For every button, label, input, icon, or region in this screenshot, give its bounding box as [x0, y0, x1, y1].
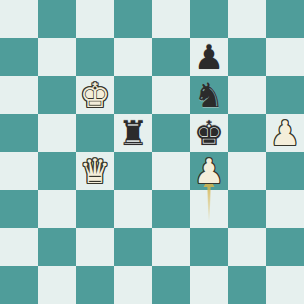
square-f5[interactable]: ♚ — [190, 114, 228, 152]
square-f8[interactable] — [190, 0, 228, 38]
square-e6[interactable] — [152, 76, 190, 114]
square-e5[interactable] — [152, 114, 190, 152]
black-king[interactable]: ♚ — [194, 116, 224, 150]
square-d5[interactable]: ♜ — [114, 114, 152, 152]
square-c1[interactable] — [76, 266, 114, 304]
square-f1[interactable] — [190, 266, 228, 304]
square-g6[interactable] — [228, 76, 266, 114]
black-rook[interactable]: ♜ — [118, 116, 148, 150]
square-d6[interactable] — [114, 76, 152, 114]
square-b4[interactable] — [38, 152, 76, 190]
square-h5[interactable]: ♟ — [266, 114, 304, 152]
square-a8[interactable] — [0, 0, 38, 38]
white-pawn[interactable]: ♟ — [194, 154, 224, 188]
square-c4[interactable]: ♛ — [76, 152, 114, 190]
square-h7[interactable] — [266, 38, 304, 76]
square-d4[interactable] — [114, 152, 152, 190]
square-b3[interactable] — [38, 190, 76, 228]
square-d7[interactable] — [114, 38, 152, 76]
square-e8[interactable] — [152, 0, 190, 38]
square-g5[interactable] — [228, 114, 266, 152]
square-c3[interactable] — [76, 190, 114, 228]
square-a6[interactable] — [0, 76, 38, 114]
square-e7[interactable] — [152, 38, 190, 76]
square-e3[interactable] — [152, 190, 190, 228]
square-d1[interactable] — [114, 266, 152, 304]
white-pawn[interactable]: ♟ — [270, 116, 300, 150]
square-e4[interactable] — [152, 152, 190, 190]
square-f2[interactable] — [190, 228, 228, 266]
square-h3[interactable] — [266, 190, 304, 228]
square-h6[interactable] — [266, 76, 304, 114]
square-f4[interactable]: ♟ — [190, 152, 228, 190]
square-f6[interactable]: ♞ — [190, 76, 228, 114]
square-a4[interactable] — [0, 152, 38, 190]
square-a1[interactable] — [0, 266, 38, 304]
square-h2[interactable] — [266, 228, 304, 266]
square-b2[interactable] — [38, 228, 76, 266]
square-h1[interactable] — [266, 266, 304, 304]
white-queen[interactable]: ♛ — [80, 154, 110, 188]
square-h4[interactable] — [266, 152, 304, 190]
square-h8[interactable] — [266, 0, 304, 38]
square-e1[interactable] — [152, 266, 190, 304]
square-c6[interactable]: ♚ — [76, 76, 114, 114]
square-c2[interactable] — [76, 228, 114, 266]
square-f7[interactable]: ♟ — [190, 38, 228, 76]
square-g3[interactable] — [228, 190, 266, 228]
square-b7[interactable] — [38, 38, 76, 76]
black-knight[interactable]: ♞ — [194, 78, 224, 112]
square-b8[interactable] — [38, 0, 76, 38]
square-a3[interactable] — [0, 190, 38, 228]
square-d2[interactable] — [114, 228, 152, 266]
square-e2[interactable] — [152, 228, 190, 266]
square-f3[interactable] — [190, 190, 228, 228]
square-b6[interactable] — [38, 76, 76, 114]
white-king[interactable]: ♚ — [80, 78, 110, 112]
square-c8[interactable] — [76, 0, 114, 38]
square-d3[interactable] — [114, 190, 152, 228]
square-a2[interactable] — [0, 228, 38, 266]
square-g2[interactable] — [228, 228, 266, 266]
square-d8[interactable] — [114, 0, 152, 38]
square-a7[interactable] — [0, 38, 38, 76]
square-c5[interactable] — [76, 114, 114, 152]
chess-board: ♟♚♞♜♚♟♛♟ — [0, 0, 304, 304]
black-pawn[interactable]: ♟ — [194, 40, 224, 74]
square-b5[interactable] — [38, 114, 76, 152]
square-g8[interactable] — [228, 0, 266, 38]
square-g1[interactable] — [228, 266, 266, 304]
square-b1[interactable] — [38, 266, 76, 304]
square-c7[interactable] — [76, 38, 114, 76]
square-a5[interactable] — [0, 114, 38, 152]
square-g7[interactable] — [228, 38, 266, 76]
square-g4[interactable] — [228, 152, 266, 190]
